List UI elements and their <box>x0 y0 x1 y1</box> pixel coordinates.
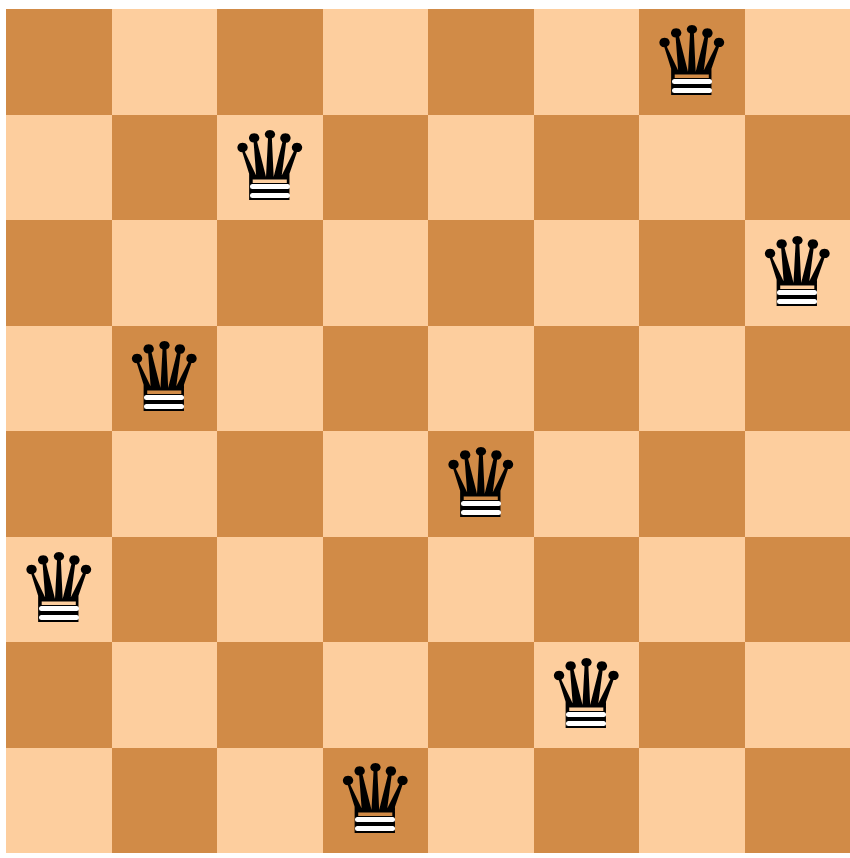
square-d8[interactable] <box>323 9 429 115</box>
chessboard: ♛♛♛♛♛♛♛♛ <box>6 9 850 853</box>
square-b7[interactable] <box>112 115 218 221</box>
square-f1[interactable] <box>534 748 640 854</box>
black-queen: ♛ <box>332 752 418 848</box>
square-a7[interactable] <box>6 115 112 221</box>
square-d4[interactable] <box>323 431 429 537</box>
black-queen: ♛ <box>16 541 102 637</box>
square-a5[interactable] <box>6 326 112 432</box>
square-g3[interactable] <box>639 537 745 643</box>
square-b2[interactable] <box>112 642 218 748</box>
square-d5[interactable] <box>323 326 429 432</box>
square-d2[interactable] <box>323 642 429 748</box>
square-c7[interactable]: ♛ <box>217 115 323 221</box>
page: ♛♛♛♛♛♛♛♛ <box>0 0 850 858</box>
square-f4[interactable] <box>534 431 640 537</box>
black-queen: ♛ <box>121 330 207 426</box>
square-e3[interactable] <box>428 537 534 643</box>
square-h3[interactable] <box>745 537 850 643</box>
square-g1[interactable] <box>639 748 745 854</box>
square-h8[interactable] <box>745 9 850 115</box>
square-h4[interactable] <box>745 431 850 537</box>
square-e1[interactable] <box>428 748 534 854</box>
square-h5[interactable] <box>745 326 850 432</box>
black-queen: ♛ <box>649 14 735 110</box>
square-d3[interactable] <box>323 537 429 643</box>
square-g6[interactable] <box>639 220 745 326</box>
black-queen: ♛ <box>438 436 524 532</box>
square-a2[interactable] <box>6 642 112 748</box>
square-c6[interactable] <box>217 220 323 326</box>
square-d7[interactable] <box>323 115 429 221</box>
square-b1[interactable] <box>112 748 218 854</box>
square-g5[interactable] <box>639 326 745 432</box>
black-queen: ♛ <box>227 119 313 215</box>
square-f3[interactable] <box>534 537 640 643</box>
square-c5[interactable] <box>217 326 323 432</box>
square-c4[interactable] <box>217 431 323 537</box>
black-queen: ♛ <box>754 225 840 321</box>
square-d6[interactable] <box>323 220 429 326</box>
square-a8[interactable] <box>6 9 112 115</box>
square-e4[interactable]: ♛ <box>428 431 534 537</box>
square-g4[interactable] <box>639 431 745 537</box>
square-a3[interactable]: ♛ <box>6 537 112 643</box>
square-b8[interactable] <box>112 9 218 115</box>
square-a4[interactable] <box>6 431 112 537</box>
square-f2[interactable]: ♛ <box>534 642 640 748</box>
square-b4[interactable] <box>112 431 218 537</box>
square-a6[interactable] <box>6 220 112 326</box>
square-e2[interactable] <box>428 642 534 748</box>
square-e7[interactable] <box>428 115 534 221</box>
square-b3[interactable] <box>112 537 218 643</box>
square-g2[interactable] <box>639 642 745 748</box>
square-e8[interactable] <box>428 9 534 115</box>
square-h7[interactable] <box>745 115 850 221</box>
square-c8[interactable] <box>217 9 323 115</box>
square-c3[interactable] <box>217 537 323 643</box>
square-c1[interactable] <box>217 748 323 854</box>
square-g7[interactable] <box>639 115 745 221</box>
square-e6[interactable] <box>428 220 534 326</box>
square-f7[interactable] <box>534 115 640 221</box>
square-a1[interactable] <box>6 748 112 854</box>
square-g8[interactable]: ♛ <box>639 9 745 115</box>
black-queen: ♛ <box>543 647 629 743</box>
square-h1[interactable] <box>745 748 850 854</box>
square-h6[interactable]: ♛ <box>745 220 850 326</box>
square-d1[interactable]: ♛ <box>323 748 429 854</box>
square-b6[interactable] <box>112 220 218 326</box>
square-f5[interactable] <box>534 326 640 432</box>
square-f6[interactable] <box>534 220 640 326</box>
square-c2[interactable] <box>217 642 323 748</box>
square-e5[interactable] <box>428 326 534 432</box>
square-h2[interactable] <box>745 642 850 748</box>
square-f8[interactable] <box>534 9 640 115</box>
square-b5[interactable]: ♛ <box>112 326 218 432</box>
